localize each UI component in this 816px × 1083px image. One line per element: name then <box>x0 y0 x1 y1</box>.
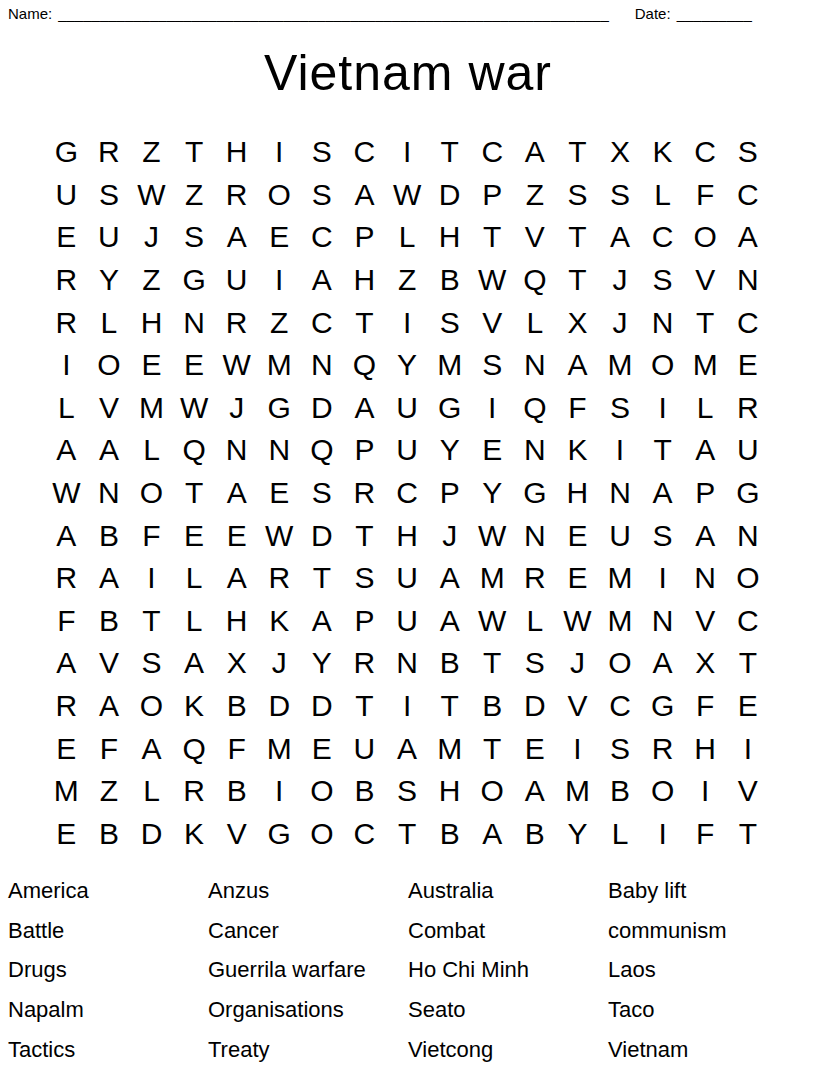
grid-cell-r17c4: K <box>173 813 216 856</box>
grid-cell-r4c8: H <box>343 259 386 302</box>
word-list-item: Cancer <box>208 918 408 944</box>
grid-cell-r16c13: M <box>556 770 599 813</box>
grid-cell-r9c7: S <box>301 472 344 515</box>
grid-cell-r2c16: F <box>684 174 727 217</box>
date-blank-line: _________ <box>677 5 752 22</box>
grid-cell-r8c1: A <box>45 429 88 472</box>
grid-cell-r13c15: A <box>641 642 684 685</box>
grid-cell-r5c3: H <box>130 301 173 344</box>
grid-cell-r2c11: P <box>471 174 514 217</box>
grid-cell-r3c1: E <box>45 216 88 259</box>
grid-cell-r7c4: W <box>173 387 216 430</box>
grid-cell-r2c9: W <box>386 174 429 217</box>
grid-cell-r15c13: I <box>556 727 599 770</box>
word-list-item: Guerrila warfare <box>208 957 408 983</box>
worksheet-page: Name:___________________________________… <box>0 0 816 1083</box>
grid-cell-r8c9: U <box>386 429 429 472</box>
grid-cell-r2c3: W <box>130 174 173 217</box>
grid-cell-r14c13: V <box>556 685 599 728</box>
grid-cell-r10c17: N <box>727 514 770 557</box>
grid-cell-r16c8: B <box>343 770 386 813</box>
grid-cell-r10c1: A <box>45 514 88 557</box>
grid-cell-r5c6: Z <box>258 301 301 344</box>
grid-cell-r12c13: W <box>556 600 599 643</box>
grid-cell-r13c13: J <box>556 642 599 685</box>
grid-cell-r9c17: G <box>727 472 770 515</box>
grid-cell-r9c12: G <box>514 472 557 515</box>
grid-cell-r8c12: N <box>514 429 557 472</box>
grid-cell-r11c7: T <box>301 557 344 600</box>
grid-cell-r6c6: M <box>258 344 301 387</box>
grid-cell-r4c17: N <box>727 259 770 302</box>
grid-cell-r5c4: N <box>173 301 216 344</box>
grid-cell-r9c6: E <box>258 472 301 515</box>
grid-cell-r6c4: E <box>173 344 216 387</box>
grid-cell-r15c16: H <box>684 727 727 770</box>
grid-cell-r12c1: F <box>45 600 88 643</box>
grid-cell-r13c10: B <box>428 642 471 685</box>
grid-cell-r14c10: T <box>428 685 471 728</box>
word-list-item: Combat <box>408 918 608 944</box>
grid-cell-r8c5: N <box>215 429 258 472</box>
grid-cell-r15c4: Q <box>173 727 216 770</box>
grid-cell-r15c8: U <box>343 727 386 770</box>
word-list-item: Drugs <box>8 957 208 983</box>
grid-cell-r9c4: T <box>173 472 216 515</box>
grid-cell-r4c2: Y <box>88 259 131 302</box>
date-label: Date: <box>635 5 671 22</box>
grid-cell-r1c12: A <box>514 131 557 174</box>
grid-cell-r13c16: X <box>684 642 727 685</box>
grid-cell-r8c13: K <box>556 429 599 472</box>
grid-cell-r9c9: C <box>386 472 429 515</box>
grid-cell-r14c11: B <box>471 685 514 728</box>
grid-cell-r6c5: W <box>215 344 258 387</box>
grid-cell-r13c2: V <box>88 642 131 685</box>
grid-cell-r13c11: T <box>471 642 514 685</box>
word-list-item: Anzus <box>208 878 408 904</box>
grid-cell-r8c15: T <box>641 429 684 472</box>
grid-cell-r8c7: Q <box>301 429 344 472</box>
grid-cell-r15c1: E <box>45 727 88 770</box>
grid-cell-r12c10: A <box>428 600 471 643</box>
grid-cell-r11c15: I <box>641 557 684 600</box>
word-search-grid: GRZTHISCITCATXKCSUSWZROSAWDPZSSLFCEUJSAE… <box>45 131 769 855</box>
grid-cell-r7c10: G <box>428 387 471 430</box>
grid-cell-r1c8: C <box>343 131 386 174</box>
grid-cell-r1c1: G <box>45 131 88 174</box>
grid-cell-r3c12: V <box>514 216 557 259</box>
word-list-item: Treaty <box>208 1037 408 1063</box>
grid-cell-r7c8: A <box>343 387 386 430</box>
grid-cell-r11c6: R <box>258 557 301 600</box>
grid-cell-r5c8: T <box>343 301 386 344</box>
grid-cell-r13c1: A <box>45 642 88 685</box>
grid-cell-r5c1: R <box>45 301 88 344</box>
grid-cell-r4c14: J <box>599 259 642 302</box>
word-list-item: Taco <box>608 997 808 1023</box>
grid-cell-r3c4: S <box>173 216 216 259</box>
grid-cell-r1c16: C <box>684 131 727 174</box>
grid-cell-r13c6: J <box>258 642 301 685</box>
grid-cell-r16c11: O <box>471 770 514 813</box>
grid-cell-r4c7: A <box>301 259 344 302</box>
grid-cell-r10c10: J <box>428 514 471 557</box>
grid-cell-r9c15: A <box>641 472 684 515</box>
grid-cell-r10c11: W <box>471 514 514 557</box>
grid-cell-r7c15: I <box>641 387 684 430</box>
grid-cell-r11c2: A <box>88 557 131 600</box>
grid-cell-r11c14: M <box>599 557 642 600</box>
grid-cell-r17c11: A <box>471 813 514 856</box>
grid-cell-r9c10: P <box>428 472 471 515</box>
grid-cell-r4c11: W <box>471 259 514 302</box>
grid-cell-r17c13: Y <box>556 813 599 856</box>
grid-cell-r16c15: O <box>641 770 684 813</box>
grid-cell-r3c8: P <box>343 216 386 259</box>
grid-cell-r3c14: A <box>599 216 642 259</box>
grid-cell-r10c14: U <box>599 514 642 557</box>
grid-cell-r10c15: S <box>641 514 684 557</box>
word-list-item: Australia <box>408 878 608 904</box>
grid-cell-r13c4: A <box>173 642 216 685</box>
grid-cell-r4c10: B <box>428 259 471 302</box>
grid-cell-r9c2: N <box>88 472 131 515</box>
grid-cell-r2c10: D <box>428 174 471 217</box>
grid-cell-r3c5: A <box>215 216 258 259</box>
grid-cell-r11c16: N <box>684 557 727 600</box>
grid-cell-r16c5: B <box>215 770 258 813</box>
grid-cell-r17c17: T <box>727 813 770 856</box>
grid-cell-r6c8: Q <box>343 344 386 387</box>
grid-cell-r6c13: A <box>556 344 599 387</box>
grid-cell-r16c12: A <box>514 770 557 813</box>
grid-cell-r10c9: H <box>386 514 429 557</box>
grid-cell-r9c11: Y <box>471 472 514 515</box>
grid-cell-r10c6: W <box>258 514 301 557</box>
name-label: Name: <box>8 5 52 22</box>
grid-cell-r16c1: M <box>45 770 88 813</box>
grid-cell-r6c12: N <box>514 344 557 387</box>
grid-cell-r12c15: N <box>641 600 684 643</box>
word-list-item: Organisations <box>208 997 408 1023</box>
grid-cell-r16c17: V <box>727 770 770 813</box>
grid-cell-r6c1: I <box>45 344 88 387</box>
grid-cell-r17c16: F <box>684 813 727 856</box>
grid-cell-r6c15: O <box>641 344 684 387</box>
grid-cell-r8c6: N <box>258 429 301 472</box>
grid-cell-r3c6: E <box>258 216 301 259</box>
grid-cell-r5c17: C <box>727 301 770 344</box>
grid-cell-r8c2: A <box>88 429 131 472</box>
grid-cell-r14c2: A <box>88 685 131 728</box>
word-list-item: communism <box>608 918 808 944</box>
grid-cell-r11c17: O <box>727 557 770 600</box>
grid-cell-r6c14: M <box>599 344 642 387</box>
grid-cell-r8c14: I <box>599 429 642 472</box>
grid-cell-r11c3: I <box>130 557 173 600</box>
grid-cell-r12c11: W <box>471 600 514 643</box>
grid-cell-r4c12: Q <box>514 259 557 302</box>
puzzle-title: Vietnam war <box>0 44 816 102</box>
grid-cell-r11c1: R <box>45 557 88 600</box>
word-list: AmericaAnzusAustraliaBaby liftBattleCanc… <box>8 871 808 1069</box>
grid-cell-r6c9: Y <box>386 344 429 387</box>
grid-cell-r11c5: A <box>215 557 258 600</box>
grid-cell-r14c14: C <box>599 685 642 728</box>
word-list-item: Napalm <box>8 997 208 1023</box>
grid-cell-r14c1: R <box>45 685 88 728</box>
grid-cell-r12c8: P <box>343 600 386 643</box>
grid-cell-r15c10: M <box>428 727 471 770</box>
grid-cell-r9c8: R <box>343 472 386 515</box>
grid-cell-r11c10: A <box>428 557 471 600</box>
grid-cell-r13c3: S <box>130 642 173 685</box>
grid-cell-r16c10: H <box>428 770 471 813</box>
grid-cell-r6c11: S <box>471 344 514 387</box>
grid-cell-r10c5: E <box>215 514 258 557</box>
grid-cell-r11c11: M <box>471 557 514 600</box>
grid-cell-r4c13: T <box>556 259 599 302</box>
word-list-item: Tactics <box>8 1037 208 1063</box>
word-list-item: America <box>8 878 208 904</box>
grid-cell-r17c3: D <box>130 813 173 856</box>
grid-cell-r17c10: B <box>428 813 471 856</box>
grid-cell-r3c9: L <box>386 216 429 259</box>
grid-cell-r15c9: A <box>386 727 429 770</box>
grid-cell-r15c12: E <box>514 727 557 770</box>
grid-cell-r17c15: I <box>641 813 684 856</box>
grid-cell-r13c7: Y <box>301 642 344 685</box>
grid-cell-r16c9: S <box>386 770 429 813</box>
grid-cell-r7c11: I <box>471 387 514 430</box>
grid-cell-r7c3: M <box>130 387 173 430</box>
grid-cell-r2c4: Z <box>173 174 216 217</box>
grid-cell-r9c16: P <box>684 472 727 515</box>
grid-cell-r16c7: O <box>301 770 344 813</box>
grid-cell-r5c16: T <box>684 301 727 344</box>
grid-cell-r3c15: C <box>641 216 684 259</box>
grid-cell-r1c3: Z <box>130 131 173 174</box>
name-blank-line: ________________________________________… <box>58 5 609 22</box>
grid-cell-r12c12: L <box>514 600 557 643</box>
grid-cell-r3c16: O <box>684 216 727 259</box>
grid-cell-r1c15: K <box>641 131 684 174</box>
grid-cell-r9c1: W <box>45 472 88 515</box>
grid-cell-r5c10: S <box>428 301 471 344</box>
header-row: Name:___________________________________… <box>8 5 808 22</box>
grid-cell-r17c12: B <box>514 813 557 856</box>
grid-cell-r16c4: R <box>173 770 216 813</box>
grid-cell-r7c7: D <box>301 387 344 430</box>
grid-cell-r1c17: S <box>727 131 770 174</box>
grid-cell-r12c3: T <box>130 600 173 643</box>
grid-cell-r7c13: F <box>556 387 599 430</box>
grid-cell-r2c2: S <box>88 174 131 217</box>
grid-cell-r1c6: I <box>258 131 301 174</box>
grid-cell-r7c17: R <box>727 387 770 430</box>
grid-cell-r14c17: E <box>727 685 770 728</box>
grid-cell-r12c2: B <box>88 600 131 643</box>
grid-cell-r4c6: I <box>258 259 301 302</box>
grid-cell-r8c10: Y <box>428 429 471 472</box>
grid-cell-r2c14: S <box>599 174 642 217</box>
grid-cell-r8c17: U <box>727 429 770 472</box>
grid-cell-r6c2: O <box>88 344 131 387</box>
grid-cell-r16c3: L <box>130 770 173 813</box>
grid-cell-r14c16: F <box>684 685 727 728</box>
grid-cell-r17c2: B <box>88 813 131 856</box>
grid-cell-r12c7: A <box>301 600 344 643</box>
word-list-item: Battle <box>8 918 208 944</box>
grid-cell-r11c13: E <box>556 557 599 600</box>
grid-cell-r10c16: A <box>684 514 727 557</box>
grid-cell-r15c17: I <box>727 727 770 770</box>
grid-cell-r1c4: T <box>173 131 216 174</box>
grid-cell-r7c9: U <box>386 387 429 430</box>
grid-cell-r4c1: R <box>45 259 88 302</box>
grid-cell-r4c4: G <box>173 259 216 302</box>
grid-cell-r11c12: R <box>514 557 557 600</box>
grid-cell-r1c11: C <box>471 131 514 174</box>
grid-cell-r2c12: Z <box>514 174 557 217</box>
grid-cell-r17c6: G <box>258 813 301 856</box>
word-list-item: Laos <box>608 957 808 983</box>
grid-cell-r2c17: C <box>727 174 770 217</box>
grid-cell-r4c15: S <box>641 259 684 302</box>
grid-cell-r3c2: U <box>88 216 131 259</box>
grid-cell-r17c7: O <box>301 813 344 856</box>
grid-cell-r15c2: F <box>88 727 131 770</box>
grid-cell-r13c12: S <box>514 642 557 685</box>
grid-cell-r12c6: K <box>258 600 301 643</box>
grid-cell-r14c3: O <box>130 685 173 728</box>
grid-cell-r5c14: J <box>599 301 642 344</box>
grid-cell-r17c5: V <box>215 813 258 856</box>
grid-cell-r16c14: B <box>599 770 642 813</box>
grid-cell-r2c1: U <box>45 174 88 217</box>
grid-cell-r8c11: E <box>471 429 514 472</box>
grid-cell-r3c10: H <box>428 216 471 259</box>
grid-cell-r14c4: K <box>173 685 216 728</box>
grid-cell-r14c15: G <box>641 685 684 728</box>
grid-cell-r13c14: O <box>599 642 642 685</box>
grid-cell-r7c14: S <box>599 387 642 430</box>
word-list-item: Ho Chi Minh <box>408 957 608 983</box>
grid-cell-r14c12: D <box>514 685 557 728</box>
grid-cell-r4c3: Z <box>130 259 173 302</box>
grid-cell-r10c4: E <box>173 514 216 557</box>
grid-cell-r13c8: R <box>343 642 386 685</box>
grid-cell-r17c14: L <box>599 813 642 856</box>
grid-cell-r8c16: A <box>684 429 727 472</box>
grid-cell-r14c5: B <box>215 685 258 728</box>
word-list-item: Vietcong <box>408 1037 608 1063</box>
grid-cell-r7c12: Q <box>514 387 557 430</box>
grid-cell-r2c6: O <box>258 174 301 217</box>
grid-cell-r9c14: N <box>599 472 642 515</box>
grid-cell-r1c10: T <box>428 131 471 174</box>
grid-cell-r4c9: Z <box>386 259 429 302</box>
grid-cell-r11c4: L <box>173 557 216 600</box>
grid-cell-r3c17: A <box>727 216 770 259</box>
grid-cell-r12c5: H <box>215 600 258 643</box>
grid-cell-r17c1: E <box>45 813 88 856</box>
grid-cell-r13c17: T <box>727 642 770 685</box>
grid-cell-r5c11: V <box>471 301 514 344</box>
grid-cell-r6c17: E <box>727 344 770 387</box>
grid-cell-r1c7: S <box>301 131 344 174</box>
grid-cell-r10c7: D <box>301 514 344 557</box>
grid-cell-r16c6: I <box>258 770 301 813</box>
grid-cell-r5c7: C <box>301 301 344 344</box>
grid-cell-r14c6: D <box>258 685 301 728</box>
grid-cell-r7c16: L <box>684 387 727 430</box>
grid-cell-r10c3: F <box>130 514 173 557</box>
grid-cell-r6c10: M <box>428 344 471 387</box>
grid-cell-r5c13: X <box>556 301 599 344</box>
grid-cell-r6c7: N <box>301 344 344 387</box>
grid-cell-r16c2: Z <box>88 770 131 813</box>
grid-cell-r10c8: T <box>343 514 386 557</box>
grid-cell-r17c9: T <box>386 813 429 856</box>
grid-cell-r9c3: O <box>130 472 173 515</box>
grid-cell-r11c9: U <box>386 557 429 600</box>
grid-cell-r5c12: L <box>514 301 557 344</box>
grid-cell-r7c5: J <box>215 387 258 430</box>
grid-cell-r15c5: F <box>215 727 258 770</box>
grid-cell-r1c9: I <box>386 131 429 174</box>
grid-cell-r5c2: L <box>88 301 131 344</box>
grid-cell-r12c14: M <box>599 600 642 643</box>
grid-cell-r14c9: I <box>386 685 429 728</box>
grid-cell-r13c9: N <box>386 642 429 685</box>
grid-cell-r8c8: P <box>343 429 386 472</box>
grid-cell-r4c16: V <box>684 259 727 302</box>
grid-cell-r7c6: G <box>258 387 301 430</box>
grid-cell-r3c3: J <box>130 216 173 259</box>
grid-cell-r17c8: C <box>343 813 386 856</box>
grid-cell-r2c7: S <box>301 174 344 217</box>
grid-cell-r12c4: L <box>173 600 216 643</box>
grid-cell-r8c4: Q <box>173 429 216 472</box>
grid-cell-r2c5: R <box>215 174 258 217</box>
grid-cell-r15c3: A <box>130 727 173 770</box>
grid-cell-r2c15: L <box>641 174 684 217</box>
grid-cell-r12c9: U <box>386 600 429 643</box>
grid-cell-r7c2: V <box>88 387 131 430</box>
grid-cell-r16c16: I <box>684 770 727 813</box>
grid-cell-r11c8: S <box>343 557 386 600</box>
grid-cell-r14c7: D <box>301 685 344 728</box>
grid-cell-r1c2: R <box>88 131 131 174</box>
grid-cell-r15c11: T <box>471 727 514 770</box>
grid-cell-r1c14: X <box>599 131 642 174</box>
grid-cell-r1c13: T <box>556 131 599 174</box>
grid-cell-r12c16: V <box>684 600 727 643</box>
grid-cell-r1c5: H <box>215 131 258 174</box>
grid-cell-r6c3: E <box>130 344 173 387</box>
grid-cell-r6c16: M <box>684 344 727 387</box>
grid-cell-r15c6: M <box>258 727 301 770</box>
grid-cell-r9c5: A <box>215 472 258 515</box>
grid-cell-r14c8: T <box>343 685 386 728</box>
grid-cell-r5c15: N <box>641 301 684 344</box>
grid-cell-r3c7: C <box>301 216 344 259</box>
grid-cell-r15c14: S <box>599 727 642 770</box>
grid-cell-r3c11: T <box>471 216 514 259</box>
grid-cell-r7c1: L <box>45 387 88 430</box>
